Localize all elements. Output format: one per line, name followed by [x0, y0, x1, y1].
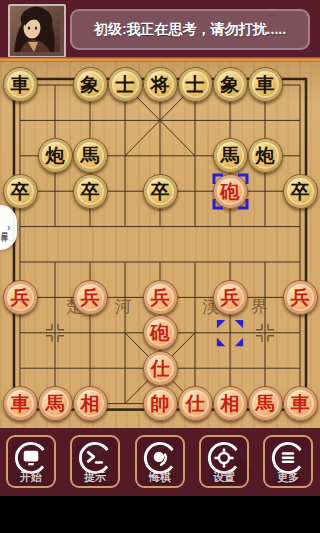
- piece-red-cannon[interactable]: 砲: [213, 173, 248, 208]
- status-message: 初级:我正在思考，请勿打扰.....: [94, 21, 286, 39]
- undo-button-label: 悔棋: [137, 470, 183, 485]
- piece-black-cannon[interactable]: 炮: [248, 138, 283, 173]
- piece-red-horse[interactable]: 馬: [248, 386, 283, 421]
- piece-red-elephant[interactable]: 相: [73, 386, 108, 421]
- piece-black-horse[interactable]: 馬: [73, 138, 108, 173]
- xiangqi-board-panel: 楚 河 漢 界 車象士将士象車炮馬馬炮卒卒卒卒砲兵兵兵兵兵砲仕車馬相帥仕相馬車 …: [0, 62, 320, 428]
- piece-red-general[interactable]: 帥: [143, 386, 178, 421]
- piece-black-horse[interactable]: 馬: [213, 138, 248, 173]
- hint-button-label: 提示: [72, 470, 118, 485]
- piece-black-chariot[interactable]: 車: [248, 67, 283, 102]
- piece-black-chariot[interactable]: 車: [3, 67, 38, 102]
- piece-black-elephant[interactable]: 象: [73, 67, 108, 102]
- piece-red-soldier[interactable]: 兵: [3, 280, 38, 315]
- piece-black-elephant[interactable]: 象: [213, 67, 248, 102]
- piece-red-advisor[interactable]: 仕: [178, 386, 213, 421]
- last-move-source-marker: [213, 315, 248, 350]
- speech-bubble: 初级:我正在思考，请勿打扰.....: [70, 9, 310, 50]
- piece-black-soldier[interactable]: 卒: [73, 173, 108, 208]
- piece-red-chariot[interactable]: 車: [3, 386, 38, 421]
- piece-black-soldier[interactable]: 卒: [3, 173, 38, 208]
- source-corner-triangles-icon: [215, 318, 245, 348]
- piece-red-elephant[interactable]: 相: [213, 386, 248, 421]
- piece-black-general[interactable]: 将: [143, 67, 178, 102]
- piece-black-advisor[interactable]: 士: [108, 67, 143, 102]
- bottom-black-band: [0, 496, 320, 533]
- hint-button[interactable]: 提示: [70, 435, 120, 488]
- bottom-toolbar: 开始 提示 悔棋 设置 更多: [0, 428, 320, 496]
- piece-red-advisor[interactable]: 仕: [143, 350, 178, 385]
- piece-red-horse[interactable]: 馬: [38, 386, 73, 421]
- avatar-portrait-icon: [10, 6, 60, 52]
- piece-black-soldier[interactable]: 卒: [143, 173, 178, 208]
- piece-red-chariot[interactable]: 車: [283, 386, 318, 421]
- more-button[interactable]: 更多: [263, 435, 313, 488]
- piece-black-soldier[interactable]: 卒: [283, 173, 318, 208]
- piece-red-soldier[interactable]: 兵: [73, 280, 108, 315]
- more-button-label: 更多: [265, 470, 311, 485]
- piece-black-cannon[interactable]: 炮: [38, 138, 73, 173]
- start-button[interactable]: 开始: [6, 435, 56, 488]
- start-button-label: 开始: [8, 470, 54, 485]
- piece-black-advisor[interactable]: 士: [178, 67, 213, 102]
- xiangqi-board[interactable]: 車象士将士象車炮馬馬炮卒卒卒卒砲兵兵兵兵兵砲仕車馬相帥仕相馬車: [3, 67, 318, 421]
- opponent-avatar[interactable]: [8, 4, 66, 58]
- settings-button-label: 设置: [201, 470, 247, 485]
- piece-red-soldier[interactable]: 兵: [283, 280, 318, 315]
- piece-red-cannon[interactable]: 砲: [143, 315, 178, 350]
- chevron-right-icon: ›: [7, 222, 10, 233]
- piece-red-soldier[interactable]: 兵: [143, 280, 178, 315]
- piece-red-soldier[interactable]: 兵: [213, 280, 248, 315]
- settings-button[interactable]: 设置: [199, 435, 249, 488]
- undo-button[interactable]: 悔棋: [135, 435, 185, 488]
- top-status-bar: 初级:我正在思考，请勿打扰.....: [0, 0, 320, 57]
